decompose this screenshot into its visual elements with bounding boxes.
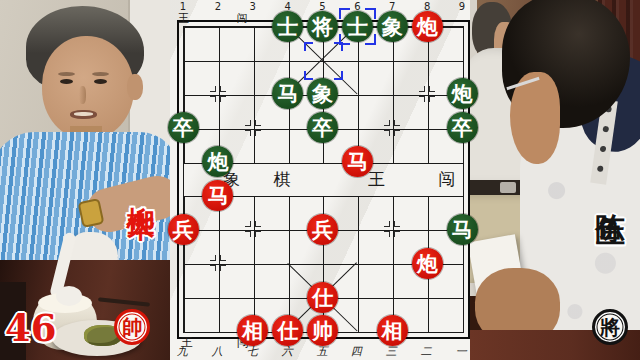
file-label-top-9: 9 [456,1,468,12]
right-player-name: 陈鱼 [595,189,625,195]
xiangqi-board[interactable]: 王 闯 王 闯 象 棋 王 闯 123456789九八七六五四三二一士将士象炮马… [170,0,470,360]
file-label-bottom-8: 二 [418,344,436,359]
file-label-bottom-4: 六 [279,344,297,359]
piece-red-炮[interactable]: 炮 [412,248,443,279]
file-label-top-3: 3 [247,1,259,12]
piece-black-马[interactable]: 马 [447,214,478,245]
piece-red-帅[interactable]: 帅 [307,315,338,346]
piece-red-相[interactable]: 相 [377,315,408,346]
piece-red-炮[interactable]: 炮 [412,11,443,42]
red-side-badge: 帥 [114,309,150,345]
left-player-photo: 46 柳大华 帥 [0,0,170,360]
point-marker [210,86,226,102]
piece-black-卒[interactable]: 卒 [307,112,338,143]
file-label-top-2: 2 [212,1,224,12]
file-label-bottom-6: 四 [349,344,367,359]
river-text-right: 王 闯 [368,168,479,191]
file-label-bottom-9: 一 [453,344,471,359]
move-hint-arrow-nw [304,42,313,51]
piece-black-士[interactable]: 士 [272,11,303,42]
watermark-top: 王 闯 [178,11,270,26]
file-label-bottom-3: 七 [244,344,262,359]
move-hint-arrow-sw [304,71,313,80]
piece-black-炮[interactable]: 炮 [447,78,478,109]
move-hint-arrow-se [334,71,343,80]
piece-black-卒[interactable]: 卒 [168,112,199,143]
piece-red-马[interactable]: 马 [342,146,373,177]
piece-red-仕[interactable]: 仕 [307,282,338,313]
selected-square-brackets [339,8,376,45]
file-label-bottom-1: 九 [174,344,192,359]
piece-red-仕[interactable]: 仕 [272,315,303,346]
point-marker [384,120,400,136]
river-text-left: 象 棋 [223,168,304,191]
point-marker [419,86,435,102]
left-player-name: 柳大华 [126,184,154,193]
point-marker [245,221,261,237]
piece-red-兵[interactable]: 兵 [307,214,338,245]
black-side-badge: 將 [592,309,628,345]
piece-black-象[interactable]: 象 [377,11,408,42]
left-player-face [42,36,134,140]
file-label-bottom-5: 五 [314,344,332,359]
piece-black-将[interactable]: 将 [307,11,338,42]
point-marker [245,120,261,136]
point-marker [384,221,400,237]
broadcast-frame: 46 柳大华 帥 陈鱼 將 [0,0,640,360]
file-label-top-1: 1 [177,1,189,12]
piece-black-卒[interactable]: 卒 [447,112,478,143]
right-player-photo: 陈鱼 將 [470,0,640,360]
point-marker [210,255,226,271]
move-number: 46 [5,306,57,350]
file-label-bottom-2: 八 [209,344,227,359]
file-label-bottom-7: 三 [383,344,401,359]
piece-red-兵[interactable]: 兵 [168,214,199,245]
